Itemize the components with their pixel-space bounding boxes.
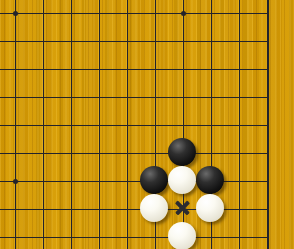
- black-stone: [196, 166, 224, 194]
- white-stone: [168, 166, 196, 194]
- go-board[interactable]: [0, 0, 294, 249]
- stones-layer: [0, 0, 294, 249]
- cross-marker: [168, 194, 196, 222]
- white-stone: [196, 194, 224, 222]
- black-stone: [140, 166, 168, 194]
- white-stone: [168, 222, 196, 249]
- black-stone: [168, 138, 196, 166]
- white-stone: [140, 194, 168, 222]
